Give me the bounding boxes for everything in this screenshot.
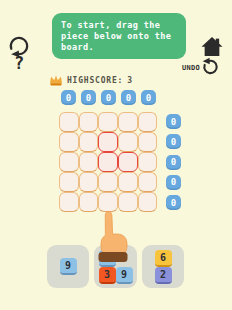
tray-piece-1[interactable]: 9 xyxy=(60,258,77,275)
board-cell[interactable] xyxy=(59,172,79,192)
board-cell[interactable] xyxy=(79,112,99,132)
column-counter-badge: 0 xyxy=(141,90,156,105)
tray-slot-1: 9 xyxy=(47,245,89,288)
board-cell-highlighted[interactable] xyxy=(98,132,118,152)
board-cell[interactable] xyxy=(79,192,99,212)
tray-slot-2: 939 xyxy=(94,245,137,288)
column-counter-badge: 0 xyxy=(121,90,136,105)
row-counters: 00000 xyxy=(166,112,181,212)
board-cell[interactable] xyxy=(59,152,79,172)
tutorial-line: board. xyxy=(61,42,186,53)
crown-icon xyxy=(49,71,63,90)
tray-piece-2[interactable]: 939 xyxy=(99,250,133,284)
question-mark-icon: ? xyxy=(14,53,24,73)
board-cell[interactable] xyxy=(138,172,158,192)
board-cell[interactable] xyxy=(79,132,99,152)
undo-label: UNDO xyxy=(182,64,200,72)
highscore-value: 3 xyxy=(127,76,133,85)
board-cell[interactable] xyxy=(138,112,158,132)
board-cell[interactable] xyxy=(59,112,79,132)
highscore-row: HIGHSCORE: 3 xyxy=(49,71,133,90)
row-counter-badge: 0 xyxy=(166,155,181,170)
board-cell-highlighted[interactable] xyxy=(118,152,138,172)
board-cell[interactable] xyxy=(138,152,158,172)
piece-tile-3[interactable]: 3 xyxy=(99,267,116,284)
game-screen: ? To start, drag the piece below onto th… xyxy=(0,0,232,310)
row-counter-badge: 0 xyxy=(166,114,181,129)
column-counter-badge: 0 xyxy=(101,90,116,105)
board-cell[interactable] xyxy=(98,192,118,212)
board-cell[interactable] xyxy=(98,112,118,132)
home-button[interactable] xyxy=(200,36,224,57)
board-cell[interactable] xyxy=(138,132,158,152)
row-counter-badge: 0 xyxy=(166,175,181,190)
tray-slot-3: 62 xyxy=(142,245,184,288)
board-cell[interactable] xyxy=(118,192,138,212)
board-cell[interactable] xyxy=(98,172,118,192)
board-cell[interactable] xyxy=(59,132,79,152)
piece-tile-2[interactable]: 2 xyxy=(155,267,172,284)
row-counter-badge: 0 xyxy=(166,195,181,210)
tray-piece-3[interactable]: 62 xyxy=(155,250,172,284)
board xyxy=(59,112,157,212)
undo-button[interactable]: UNDO xyxy=(182,56,220,79)
board-cell[interactable] xyxy=(118,172,138,192)
piece-tile-9[interactable]: 9 xyxy=(99,250,116,267)
tutorial-line: piece below onto the xyxy=(61,31,186,42)
help-button[interactable]: ? xyxy=(9,52,29,74)
tutorial-bubble: To start, drag the piece below onto the … xyxy=(52,13,186,59)
highscore-label: HIGHSCORE: xyxy=(67,76,123,85)
board-cell[interactable] xyxy=(79,152,99,172)
piece-tile-9[interactable]: 9 xyxy=(60,258,77,275)
board-cell[interactable] xyxy=(138,192,158,212)
column-counter-badge: 0 xyxy=(61,90,76,105)
board-cell[interactable] xyxy=(79,172,99,192)
tutorial-line: To start, drag the xyxy=(61,20,186,31)
board-cell[interactable] xyxy=(118,132,138,152)
board-cell[interactable] xyxy=(118,112,138,132)
board-cell[interactable] xyxy=(59,192,79,212)
row-counter-badge: 0 xyxy=(166,134,181,149)
column-counters: 00000 xyxy=(59,90,158,105)
column-counter-badge: 0 xyxy=(81,90,96,105)
undo-arrow-icon xyxy=(201,56,220,79)
piece-tile-6[interactable]: 6 xyxy=(155,250,172,267)
board-cell-highlighted[interactable] xyxy=(98,152,118,172)
piece-tile-9[interactable]: 9 xyxy=(116,267,133,284)
